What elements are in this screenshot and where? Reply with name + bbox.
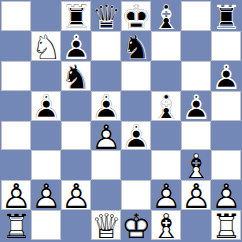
square-g1[interactable] <box>181 210 211 240</box>
square-g3[interactable]: ♝♗ <box>181 150 211 180</box>
piece-black-pawn-icon: ♟♙ <box>181 91 211 121</box>
square-b3[interactable] <box>31 150 61 180</box>
square-b8[interactable] <box>31 1 61 31</box>
piece-white-knight-icon: ♞♘ <box>31 31 61 61</box>
square-f4[interactable] <box>151 121 181 151</box>
square-e2[interactable] <box>121 180 151 210</box>
square-f1[interactable]: ♝♗ <box>151 210 181 240</box>
square-b2[interactable]: ♟♙ <box>31 180 61 210</box>
square-c6[interactable]: ♞♘ <box>61 61 91 91</box>
square-c2[interactable]: ♟♙ <box>61 180 91 210</box>
piece-black-pawn-icon: ♟♙ <box>61 31 91 61</box>
square-g2[interactable]: ♟♙ <box>181 180 211 210</box>
piece-white-pawn-icon: ♟♙ <box>151 180 181 210</box>
square-e1[interactable]: ♚♔ <box>121 210 151 240</box>
piece-white-pawn-icon: ♟♙ <box>181 180 211 210</box>
square-a3[interactable] <box>1 150 31 180</box>
square-f3[interactable] <box>151 150 181 180</box>
square-g7[interactable] <box>181 31 211 61</box>
square-f8[interactable]: ♝♗ <box>151 1 181 31</box>
square-h1[interactable]: ♜♖ <box>211 210 241 240</box>
piece-black-king-icon: ♚♔ <box>121 1 151 31</box>
square-d3[interactable] <box>91 150 121 180</box>
square-d5[interactable]: ♟♙ <box>91 91 121 121</box>
piece-white-king-icon: ♚♔ <box>121 210 151 240</box>
piece-black-pawn-icon: ♟♙ <box>211 61 241 91</box>
square-c4[interactable] <box>61 121 91 151</box>
square-d6[interactable] <box>91 61 121 91</box>
square-a6[interactable] <box>1 61 31 91</box>
square-g6[interactable] <box>181 61 211 91</box>
piece-white-pawn-icon: ♟♙ <box>211 180 241 210</box>
square-e4[interactable]: ♟♙ <box>121 121 151 151</box>
square-b4[interactable] <box>31 121 61 151</box>
piece-white-pawn-icon: ♟♙ <box>31 180 61 210</box>
square-a8[interactable] <box>1 1 31 31</box>
square-c3[interactable] <box>61 150 91 180</box>
piece-white-bishop-icon: ♝♗ <box>151 210 181 240</box>
square-h2[interactable]: ♟♙ <box>211 180 241 210</box>
piece-black-pawn-icon: ♟♙ <box>31 91 61 121</box>
chess-board: ♜♖♛♕♚♔♝♗♜♖♞♘♟♙♞♘♞♘♟♙♟♙♟♙♝♗♟♙♟♙♟♙♝♗♟♙♟♙♟♙… <box>0 0 242 242</box>
square-h4[interactable] <box>211 121 241 151</box>
square-h3[interactable] <box>211 150 241 180</box>
square-d4[interactable]: ♟♙ <box>91 121 121 151</box>
square-e5[interactable] <box>121 91 151 121</box>
square-g5[interactable]: ♟♙ <box>181 91 211 121</box>
square-b5[interactable]: ♟♙ <box>31 91 61 121</box>
square-f6[interactable] <box>151 61 181 91</box>
piece-black-bishop-icon: ♝♗ <box>151 1 181 31</box>
square-h6[interactable]: ♟♙ <box>211 61 241 91</box>
piece-black-knight-icon: ♞♘ <box>61 61 91 91</box>
square-b7[interactable]: ♞♘ <box>31 31 61 61</box>
square-d2[interactable] <box>91 180 121 210</box>
square-a1[interactable]: ♜♖ <box>1 210 31 240</box>
square-f7[interactable] <box>151 31 181 61</box>
square-h8[interactable]: ♜♖ <box>211 1 241 31</box>
square-c7[interactable]: ♟♙ <box>61 31 91 61</box>
square-a5[interactable] <box>1 91 31 121</box>
piece-white-rook-icon: ♜♖ <box>211 210 241 240</box>
piece-black-knight-icon: ♞♘ <box>121 31 151 61</box>
piece-black-rook-icon: ♜♖ <box>61 1 91 31</box>
piece-white-pawn-icon: ♟♙ <box>61 180 91 210</box>
square-c5[interactable] <box>61 91 91 121</box>
square-h5[interactable] <box>211 91 241 121</box>
square-e8[interactable]: ♚♔ <box>121 1 151 31</box>
piece-white-queen-icon: ♛♕ <box>91 210 121 240</box>
square-h7[interactable] <box>211 31 241 61</box>
piece-black-pawn-icon: ♟♙ <box>91 91 121 121</box>
square-f5[interactable]: ♝♗ <box>151 91 181 121</box>
square-d7[interactable] <box>91 31 121 61</box>
square-b6[interactable] <box>31 61 61 91</box>
square-g8[interactable] <box>181 1 211 31</box>
square-a4[interactable] <box>1 121 31 151</box>
piece-white-bishop-icon: ♝♗ <box>181 150 211 180</box>
piece-black-queen-icon: ♛♕ <box>91 1 121 31</box>
square-c8[interactable]: ♜♖ <box>61 1 91 31</box>
piece-black-rook-icon: ♜♖ <box>211 1 241 31</box>
square-b1[interactable] <box>31 210 61 240</box>
square-e3[interactable] <box>121 150 151 180</box>
square-g4[interactable] <box>181 121 211 151</box>
piece-white-pawn-icon: ♟♙ <box>1 180 31 210</box>
piece-black-pawn-icon: ♟♙ <box>121 121 151 151</box>
square-d8[interactable]: ♛♕ <box>91 1 121 31</box>
square-a7[interactable] <box>1 31 31 61</box>
square-f2[interactable]: ♟♙ <box>151 180 181 210</box>
square-e6[interactable] <box>121 61 151 91</box>
piece-black-bishop-icon: ♝♗ <box>151 91 181 121</box>
square-e7[interactable]: ♞♘ <box>121 31 151 61</box>
square-c1[interactable] <box>61 210 91 240</box>
piece-white-rook-icon: ♜♖ <box>1 210 31 240</box>
piece-white-pawn-icon: ♟♙ <box>91 121 121 151</box>
square-d1[interactable]: ♛♕ <box>91 210 121 240</box>
square-a2[interactable]: ♟♙ <box>1 180 31 210</box>
